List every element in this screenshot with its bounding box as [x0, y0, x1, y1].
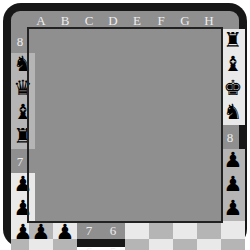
square-g8[interactable]: ♞	[221, 101, 245, 125]
black-king: ♚	[224, 77, 243, 100]
square-b5[interactable]	[149, 239, 173, 250]
black-pawn: ♟	[14, 221, 33, 244]
black-queen: ♛	[14, 77, 33, 100]
square-d7[interactable]: ♟	[11, 197, 35, 221]
black-bishop: ♝	[224, 53, 243, 76]
square-e8[interactable]: ♚	[221, 77, 245, 101]
square-d5[interactable]	[197, 239, 221, 250]
black-rook: ♜	[14, 125, 33, 148]
square-f8[interactable]: ♝	[11, 101, 35, 125]
black-pawn: ♟	[224, 173, 243, 196]
square-e7[interactable]: ♟	[221, 197, 245, 221]
frame-corner	[11, 11, 29, 29]
rank-label-right-7: 7	[77, 221, 101, 239]
black-pawn: ♟	[14, 173, 33, 196]
black-pawn: ♟	[224, 149, 243, 172]
square-c8[interactable]: ♝	[221, 53, 245, 77]
black-bishop: ♝	[14, 101, 33, 124]
file-label-top-h: H	[197, 11, 221, 29]
board-border-line	[27, 27, 223, 223]
black-pawn: ♟	[14, 197, 33, 220]
square-c5[interactable]	[173, 239, 197, 250]
black-pawn: ♟	[32, 221, 51, 244]
rank-label-left-5: 5	[101, 239, 125, 250]
square-a5[interactable]	[125, 239, 149, 250]
square-h8[interactable]: ♜	[11, 125, 35, 149]
square-c7[interactable]: ♟	[221, 173, 245, 197]
black-knight: ♞	[14, 53, 33, 76]
rank-label-right-6: 6	[77, 239, 101, 250]
black-pawn: ♟	[56, 221, 75, 244]
page-background: ABCDEFGH8♜♞♝♛♚♝♞♜87♟♟♟♟♟♟♟♟7665544332♟♟♟…	[0, 0, 250, 250]
file-label-top-c: C	[77, 11, 101, 29]
black-pawn: ♟	[224, 197, 243, 220]
square-a8[interactable]: ♜	[221, 29, 245, 53]
rank-label-left-6: 6	[101, 221, 125, 239]
square-g7[interactable]: ♟	[29, 221, 53, 245]
black-rook: ♜	[224, 29, 243, 52]
rank-label-left-7: 7	[11, 149, 29, 173]
file-label-top-g: G	[173, 11, 197, 29]
frame-corner	[221, 11, 239, 29]
black-knight: ♞	[224, 101, 243, 124]
file-label-top-f: F	[149, 11, 173, 29]
square-b7[interactable]: ♟	[11, 173, 35, 197]
rank-label-left-8: 8	[11, 29, 29, 53]
square-e5[interactable]	[221, 239, 245, 250]
file-label-top-b: B	[53, 11, 77, 29]
square-a7[interactable]: ♟	[221, 149, 245, 173]
file-label-top-d: D	[101, 11, 125, 29]
square-b8[interactable]: ♞	[11, 53, 35, 77]
chessboard-frame: ABCDEFGH8♜♞♝♛♚♝♞♜87♟♟♟♟♟♟♟♟7665544332♟♟♟…	[11, 11, 239, 239]
chessboard-outer-border: ABCDEFGH8♜♞♝♛♚♝♞♜87♟♟♟♟♟♟♟♟7665544332♟♟♟…	[3, 3, 247, 247]
rank-label-right-8: 8	[221, 125, 239, 149]
file-label-top-a: A	[29, 11, 53, 29]
square-d8[interactable]: ♛	[11, 77, 35, 101]
square-h7[interactable]: ♟	[53, 221, 77, 245]
file-label-top-e: E	[125, 11, 149, 29]
